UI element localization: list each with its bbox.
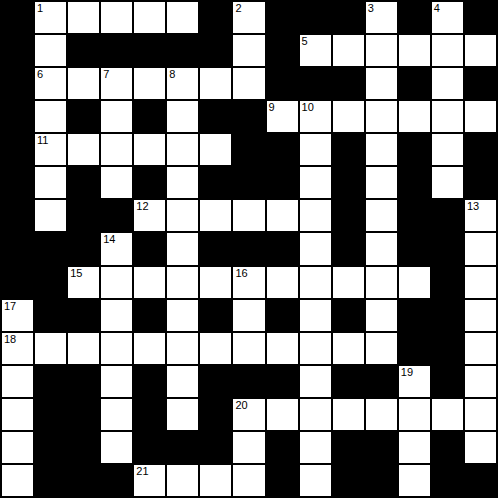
white-cell[interactable]	[398, 464, 431, 497]
black-cell	[67, 398, 100, 431]
white-cell[interactable]	[332, 266, 365, 299]
black-cell	[332, 299, 365, 332]
white-cell[interactable]	[464, 431, 497, 464]
black-cell	[332, 232, 365, 265]
black-cell	[1, 100, 34, 133]
black-cell	[133, 299, 166, 332]
black-cell	[299, 67, 332, 100]
black-cell	[431, 332, 464, 365]
black-cell	[398, 133, 431, 166]
black-cell	[431, 365, 464, 398]
white-cell[interactable]: 11	[34, 133, 67, 166]
white-cell[interactable]	[431, 166, 464, 199]
white-cell[interactable]	[299, 266, 332, 299]
black-cell	[266, 299, 299, 332]
white-cell[interactable]	[199, 199, 232, 232]
black-cell	[100, 34, 133, 67]
black-cell	[199, 166, 232, 199]
black-cell	[166, 431, 199, 464]
white-cell[interactable]	[34, 332, 67, 365]
black-cell	[199, 398, 232, 431]
white-cell[interactable]	[398, 398, 431, 431]
clue-number: 1	[37, 2, 43, 15]
white-cell[interactable]	[67, 1, 100, 34]
white-cell[interactable]	[299, 232, 332, 265]
black-cell	[166, 34, 199, 67]
black-cell	[464, 1, 497, 34]
white-cell[interactable]	[299, 464, 332, 497]
black-cell	[398, 1, 431, 34]
black-cell	[365, 464, 398, 497]
black-cell	[266, 464, 299, 497]
white-cell[interactable]	[232, 332, 265, 365]
black-cell	[398, 299, 431, 332]
white-cell[interactable]	[299, 199, 332, 232]
white-cell[interactable]: 12	[133, 199, 166, 232]
white-cell[interactable]: 7	[100, 67, 133, 100]
white-cell[interactable]	[464, 398, 497, 431]
black-cell	[431, 199, 464, 232]
white-cell[interactable]	[464, 332, 497, 365]
white-cell[interactable]	[100, 100, 133, 133]
black-cell	[67, 232, 100, 265]
white-cell[interactable]	[431, 398, 464, 431]
white-cell[interactable]	[365, 100, 398, 133]
black-cell	[398, 166, 431, 199]
clue-number: 19	[401, 366, 413, 379]
white-cell[interactable]	[133, 67, 166, 100]
black-cell	[133, 365, 166, 398]
white-cell[interactable]	[299, 166, 332, 199]
white-cell[interactable]	[133, 332, 166, 365]
white-cell[interactable]	[431, 133, 464, 166]
black-cell	[1, 266, 34, 299]
black-cell	[464, 67, 497, 100]
clue-number: 17	[4, 300, 16, 313]
crossword-board: 123456789101112131415161718192021	[0, 0, 498, 498]
black-cell	[398, 199, 431, 232]
white-cell[interactable]	[332, 34, 365, 67]
white-cell[interactable]	[100, 365, 133, 398]
white-cell[interactable]	[299, 431, 332, 464]
white-cell[interactable]	[266, 266, 299, 299]
white-cell[interactable]	[299, 133, 332, 166]
black-cell	[398, 67, 431, 100]
white-cell[interactable]	[133, 266, 166, 299]
clue-number: 20	[235, 399, 247, 412]
white-cell[interactable]: 16	[232, 266, 265, 299]
white-cell[interactable]: 21	[133, 464, 166, 497]
white-cell[interactable]	[199, 67, 232, 100]
clue-number: 2	[235, 2, 241, 15]
white-cell[interactable]	[100, 431, 133, 464]
white-cell[interactable]	[232, 199, 265, 232]
white-cell[interactable]	[100, 332, 133, 365]
white-cell[interactable]: 14	[100, 232, 133, 265]
black-cell	[100, 199, 133, 232]
clue-number: 7	[103, 68, 109, 81]
clue-number: 6	[37, 68, 43, 81]
white-cell[interactable]	[199, 266, 232, 299]
white-cell[interactable]	[67, 332, 100, 365]
white-cell[interactable]	[332, 332, 365, 365]
white-cell[interactable]	[34, 166, 67, 199]
white-cell[interactable]	[166, 299, 199, 332]
white-cell[interactable]	[398, 34, 431, 67]
white-cell[interactable]	[166, 232, 199, 265]
black-cell	[199, 1, 232, 34]
white-cell[interactable]	[1, 464, 34, 497]
crossword-grid: 123456789101112131415161718192021	[1, 1, 497, 497]
black-cell	[232, 133, 265, 166]
black-cell	[1, 232, 34, 265]
clue-number: 10	[302, 101, 314, 114]
black-cell	[199, 100, 232, 133]
white-cell[interactable]	[365, 166, 398, 199]
clue-number: 3	[368, 2, 374, 15]
black-cell	[1, 199, 34, 232]
black-cell	[431, 266, 464, 299]
black-cell	[431, 299, 464, 332]
black-cell	[199, 299, 232, 332]
white-cell[interactable]	[166, 100, 199, 133]
white-cell[interactable]	[166, 199, 199, 232]
white-cell[interactable]	[365, 199, 398, 232]
white-cell[interactable]	[365, 34, 398, 67]
black-cell	[464, 464, 497, 497]
black-cell	[67, 199, 100, 232]
black-cell	[266, 232, 299, 265]
white-cell[interactable]	[464, 299, 497, 332]
white-cell[interactable]	[34, 100, 67, 133]
white-cell[interactable]	[299, 365, 332, 398]
white-cell[interactable]	[464, 266, 497, 299]
black-cell	[398, 232, 431, 265]
white-cell[interactable]	[365, 232, 398, 265]
white-cell[interactable]	[266, 398, 299, 431]
black-cell	[133, 398, 166, 431]
black-cell	[34, 398, 67, 431]
white-cell[interactable]	[232, 299, 265, 332]
black-cell	[232, 100, 265, 133]
clue-number: 8	[169, 68, 175, 81]
black-cell	[199, 34, 232, 67]
white-cell[interactable]	[464, 365, 497, 398]
white-cell[interactable]	[398, 266, 431, 299]
white-cell[interactable]	[166, 1, 199, 34]
white-cell[interactable]	[299, 398, 332, 431]
black-cell	[332, 431, 365, 464]
black-cell	[332, 133, 365, 166]
white-cell[interactable]	[1, 398, 34, 431]
white-cell[interactable]	[431, 100, 464, 133]
white-cell[interactable]	[464, 100, 497, 133]
white-cell[interactable]: 20	[232, 398, 265, 431]
white-cell[interactable]	[100, 133, 133, 166]
white-cell[interactable]	[266, 199, 299, 232]
white-cell[interactable]	[133, 133, 166, 166]
white-cell[interactable]	[232, 464, 265, 497]
white-cell[interactable]	[34, 34, 67, 67]
white-cell[interactable]: 18	[1, 332, 34, 365]
white-cell[interactable]	[232, 34, 265, 67]
black-cell	[1, 133, 34, 166]
black-cell	[232, 232, 265, 265]
white-cell[interactable]	[464, 232, 497, 265]
black-cell	[1, 166, 34, 199]
clue-number: 11	[37, 134, 48, 147]
black-cell	[332, 166, 365, 199]
black-cell	[133, 100, 166, 133]
white-cell[interactable]	[365, 67, 398, 100]
white-cell[interactable]: 10	[299, 100, 332, 133]
white-cell[interactable]: 17	[1, 299, 34, 332]
white-cell[interactable]	[100, 166, 133, 199]
white-cell[interactable]	[365, 398, 398, 431]
white-cell[interactable]	[67, 67, 100, 100]
clue-number: 13	[467, 200, 479, 213]
white-cell[interactable]	[166, 266, 199, 299]
white-cell[interactable]: 3	[365, 1, 398, 34]
white-cell[interactable]: 15	[67, 266, 100, 299]
black-cell	[332, 1, 365, 34]
black-cell	[431, 232, 464, 265]
white-cell[interactable]	[398, 431, 431, 464]
white-cell[interactable]	[100, 266, 133, 299]
black-cell	[332, 365, 365, 398]
white-cell[interactable]	[464, 34, 497, 67]
black-cell	[67, 431, 100, 464]
black-cell	[67, 166, 100, 199]
black-cell	[266, 365, 299, 398]
black-cell	[1, 34, 34, 67]
white-cell[interactable]	[199, 464, 232, 497]
white-cell[interactable]: 13	[464, 199, 497, 232]
white-cell[interactable]	[166, 332, 199, 365]
black-cell	[266, 34, 299, 67]
black-cell	[1, 1, 34, 34]
white-cell[interactable]	[398, 100, 431, 133]
black-cell	[67, 299, 100, 332]
clue-number: 4	[434, 2, 440, 15]
clue-number: 14	[103, 233, 115, 246]
white-cell[interactable]	[166, 133, 199, 166]
black-cell	[34, 266, 67, 299]
white-cell[interactable]	[332, 100, 365, 133]
white-cell[interactable]: 19	[398, 365, 431, 398]
white-cell[interactable]	[100, 1, 133, 34]
white-cell[interactable]: 2	[232, 1, 265, 34]
white-cell[interactable]	[232, 67, 265, 100]
black-cell	[464, 133, 497, 166]
white-cell[interactable]	[332, 398, 365, 431]
white-cell[interactable]	[266, 332, 299, 365]
white-cell[interactable]	[299, 332, 332, 365]
black-cell	[266, 67, 299, 100]
white-cell[interactable]: 8	[166, 67, 199, 100]
white-cell[interactable]	[67, 133, 100, 166]
black-cell	[34, 365, 67, 398]
black-cell	[67, 34, 100, 67]
black-cell	[199, 431, 232, 464]
clue-number: 15	[70, 267, 82, 280]
white-cell[interactable]	[100, 299, 133, 332]
black-cell	[232, 166, 265, 199]
clue-number: 18	[4, 333, 16, 346]
black-cell	[332, 67, 365, 100]
black-cell	[199, 232, 232, 265]
white-cell[interactable]	[365, 133, 398, 166]
black-cell	[398, 332, 431, 365]
black-cell	[67, 365, 100, 398]
black-cell	[133, 166, 166, 199]
black-cell	[232, 365, 265, 398]
white-cell[interactable]	[365, 266, 398, 299]
white-cell[interactable]	[166, 398, 199, 431]
white-cell[interactable]	[365, 299, 398, 332]
black-cell	[34, 464, 67, 497]
white-cell[interactable]	[133, 1, 166, 34]
white-cell[interactable]	[199, 332, 232, 365]
black-cell	[299, 1, 332, 34]
clue-number: 12	[136, 200, 148, 213]
white-cell[interactable]	[166, 464, 199, 497]
black-cell	[133, 232, 166, 265]
black-cell	[365, 365, 398, 398]
black-cell	[332, 199, 365, 232]
black-cell	[100, 464, 133, 497]
black-cell	[1, 67, 34, 100]
white-cell[interactable]	[365, 332, 398, 365]
white-cell[interactable]	[166, 166, 199, 199]
black-cell	[199, 365, 232, 398]
white-cell[interactable]	[431, 67, 464, 100]
black-cell	[133, 431, 166, 464]
black-cell	[332, 464, 365, 497]
clue-number: 5	[302, 35, 308, 48]
white-cell[interactable]	[34, 199, 67, 232]
white-cell[interactable]: 6	[34, 67, 67, 100]
white-cell[interactable]	[1, 365, 34, 398]
black-cell	[266, 1, 299, 34]
black-cell	[365, 431, 398, 464]
black-cell	[431, 464, 464, 497]
black-cell	[266, 133, 299, 166]
white-cell[interactable]	[166, 365, 199, 398]
white-cell[interactable]	[1, 431, 34, 464]
white-cell[interactable]: 5	[299, 34, 332, 67]
white-cell[interactable]	[199, 133, 232, 166]
black-cell	[464, 166, 497, 199]
white-cell[interactable]: 9	[266, 100, 299, 133]
white-cell[interactable]	[431, 34, 464, 67]
black-cell	[431, 431, 464, 464]
white-cell[interactable]: 4	[431, 1, 464, 34]
black-cell	[266, 431, 299, 464]
black-cell	[133, 34, 166, 67]
black-cell	[67, 100, 100, 133]
black-cell	[67, 464, 100, 497]
black-cell	[266, 166, 299, 199]
white-cell[interactable]	[299, 299, 332, 332]
white-cell[interactable]	[100, 398, 133, 431]
black-cell	[34, 431, 67, 464]
black-cell	[34, 299, 67, 332]
black-cell	[34, 232, 67, 265]
clue-number: 9	[269, 101, 275, 114]
white-cell[interactable]	[232, 431, 265, 464]
clue-number: 21	[136, 465, 148, 478]
white-cell[interactable]: 1	[34, 1, 67, 34]
clue-number: 16	[235, 267, 247, 280]
